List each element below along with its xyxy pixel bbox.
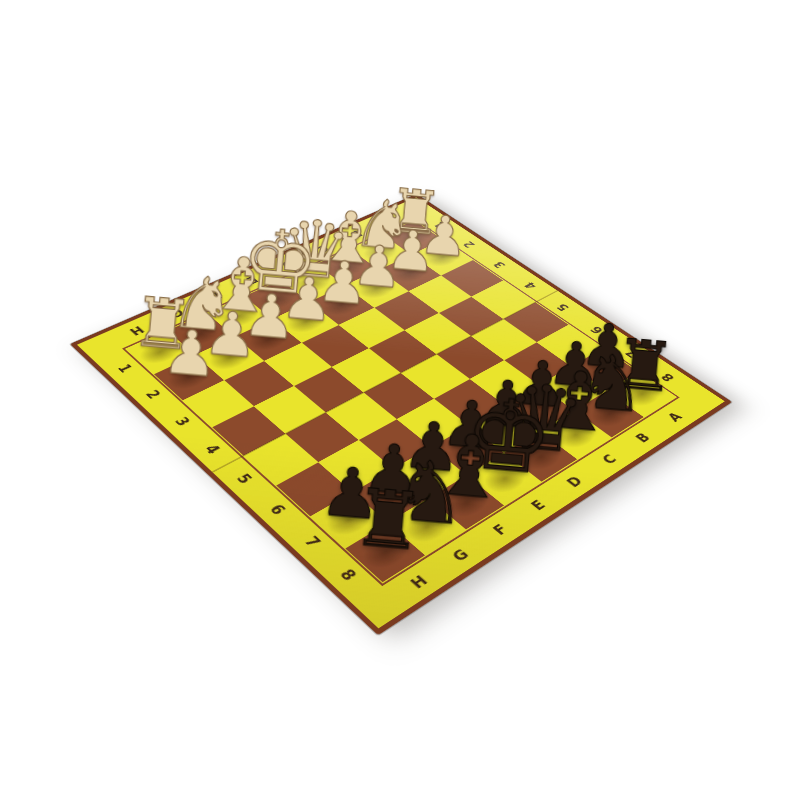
black-rook-glyph: ♜ (350, 477, 427, 562)
chessboard: HGFEDCBA HGFEDCBA 12345678 12345678 ♜♞♝♛… (70, 194, 732, 635)
product-photo-stage: HGFEDCBA HGFEDCBA 12345678 12345678 ♜♞♝♛… (0, 0, 800, 800)
